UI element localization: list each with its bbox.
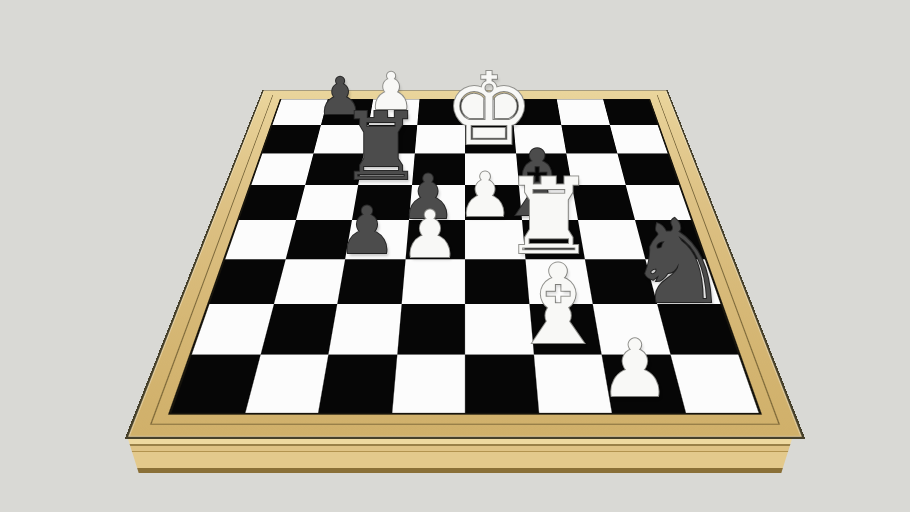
square-a4 xyxy=(225,220,295,259)
square-b3 xyxy=(273,259,345,303)
square-c1 xyxy=(318,355,397,413)
square-d2 xyxy=(397,304,465,355)
square-d1 xyxy=(392,355,465,413)
viewport-background: ♟♟♚♜♟♟♝♟♟♜♞♝♟ xyxy=(0,0,910,512)
piece-white-pawn-g1[interactable]: ♟ xyxy=(600,330,671,409)
square-g8 xyxy=(557,99,610,125)
piece-black-knight-h3[interactable]: ♞ xyxy=(626,205,729,320)
square-h7 xyxy=(610,125,668,153)
square-h6 xyxy=(617,153,679,184)
piece-white-pawn-d4[interactable]: ♟ xyxy=(401,202,459,267)
square-a6 xyxy=(251,153,313,184)
square-a7 xyxy=(262,125,320,153)
square-b1 xyxy=(245,355,329,413)
piece-white-bishop-f2[interactable]: ♝ xyxy=(509,250,608,360)
square-h1 xyxy=(670,355,759,413)
square-c2 xyxy=(328,304,401,355)
square-h8 xyxy=(603,99,658,125)
piece-black-pawn-c4[interactable]: ♟ xyxy=(338,198,396,263)
board-frame-front-face xyxy=(126,439,794,473)
square-a5 xyxy=(239,185,305,220)
square-b2 xyxy=(260,304,337,355)
square-a3 xyxy=(210,259,286,303)
